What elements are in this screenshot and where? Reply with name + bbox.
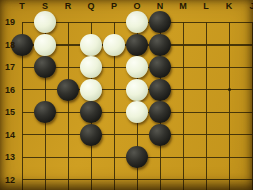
intersection-Q12[interactable] bbox=[80, 168, 103, 190]
column-label-N: N bbox=[157, 1, 164, 11]
white-stone-O16: ● bbox=[126, 79, 148, 101]
intersection-R12[interactable] bbox=[57, 168, 80, 190]
intersection-Q13[interactable] bbox=[80, 146, 103, 169]
intersection-L15[interactable] bbox=[195, 101, 218, 124]
intersection-M12[interactable] bbox=[172, 168, 195, 190]
row-label-17: 17 bbox=[5, 62, 15, 72]
black-stone-Q15: ● bbox=[80, 101, 102, 123]
white-stone-O17: ● bbox=[126, 56, 148, 78]
column-label-P: P bbox=[111, 1, 117, 11]
black-stone-S15: ● bbox=[34, 101, 56, 123]
black-stone-O13: ● bbox=[126, 146, 148, 168]
row-label-13: 13 bbox=[5, 152, 15, 162]
intersection-O13[interactable]: ● bbox=[126, 146, 149, 169]
intersection-N15[interactable]: ● bbox=[149, 101, 172, 124]
intersection-N19[interactable]: ● bbox=[149, 11, 172, 34]
intersection-O12[interactable] bbox=[126, 168, 149, 190]
intersection-L16[interactable] bbox=[195, 78, 218, 101]
column-label-M: M bbox=[179, 1, 187, 11]
intersection-R13[interactable] bbox=[57, 146, 80, 169]
intersection-K18[interactable] bbox=[218, 33, 241, 56]
intersection-O17[interactable]: ● bbox=[126, 56, 149, 79]
black-stone-O18: ● bbox=[126, 34, 148, 56]
column-label-Q: Q bbox=[87, 1, 94, 11]
intersection-S17[interactable]: ● bbox=[34, 56, 57, 79]
intersection-P13[interactable] bbox=[103, 146, 126, 169]
black-stone-N18: ● bbox=[149, 34, 171, 56]
black-stone-Q14: ● bbox=[80, 124, 102, 146]
go-board-screenshot: ●●●●●●●●●●●●●●●●●●●●●●●● TSRQPONMLKJ 191… bbox=[0, 0, 253, 190]
column-label-L: L bbox=[203, 1, 209, 11]
intersection-O18[interactable]: ● bbox=[126, 33, 149, 56]
intersection-Q15[interactable]: ● bbox=[80, 101, 103, 124]
black-stone-S17: ● bbox=[34, 56, 56, 78]
intersection-S15[interactable]: ● bbox=[34, 101, 57, 124]
intersection-N12[interactable] bbox=[149, 168, 172, 190]
white-stone-Q18: ● bbox=[80, 34, 102, 56]
intersection-S14[interactable] bbox=[34, 123, 57, 146]
intersection-Q19[interactable] bbox=[80, 11, 103, 34]
white-stone-Q17: ● bbox=[80, 56, 102, 78]
black-stone-N17: ● bbox=[149, 56, 171, 78]
row-label-12: 12 bbox=[5, 175, 15, 185]
white-stone-S19: ● bbox=[34, 11, 56, 33]
white-stone-S18: ● bbox=[34, 34, 56, 56]
intersection-S19[interactable]: ● bbox=[34, 11, 57, 34]
intersection-Q14[interactable]: ● bbox=[80, 123, 103, 146]
row-label-15: 15 bbox=[5, 107, 15, 117]
intersection-N16[interactable]: ● bbox=[149, 78, 172, 101]
intersection-O16[interactable]: ● bbox=[126, 78, 149, 101]
intersection-L13[interactable] bbox=[195, 146, 218, 169]
black-stone-N19: ● bbox=[149, 11, 171, 33]
intersection-K15[interactable] bbox=[218, 101, 241, 124]
intersection-R19[interactable] bbox=[57, 11, 80, 34]
intersection-M13[interactable] bbox=[172, 146, 195, 169]
intersection-R17[interactable] bbox=[57, 56, 80, 79]
intersection-L19[interactable] bbox=[195, 11, 218, 34]
intersection-M17[interactable] bbox=[172, 56, 195, 79]
intersection-L18[interactable] bbox=[195, 33, 218, 56]
row-label-19: 19 bbox=[5, 17, 15, 27]
row-label-14: 14 bbox=[5, 130, 15, 140]
column-label-T: T bbox=[19, 1, 25, 11]
intersection-N13[interactable] bbox=[149, 146, 172, 169]
intersection-P18[interactable]: ● bbox=[103, 33, 126, 56]
intersection-S12[interactable] bbox=[34, 168, 57, 190]
column-label-R: R bbox=[65, 1, 72, 11]
intersection-P17[interactable] bbox=[103, 56, 126, 79]
intersection-Q18[interactable]: ● bbox=[80, 33, 103, 56]
intersection-S13[interactable] bbox=[34, 146, 57, 169]
intersection-K14[interactable] bbox=[218, 123, 241, 146]
intersection-L14[interactable] bbox=[195, 123, 218, 146]
column-label-J: J bbox=[249, 1, 253, 11]
intersection-K19[interactable] bbox=[218, 11, 241, 34]
intersection-N17[interactable]: ● bbox=[149, 56, 172, 79]
intersection-M15[interactable] bbox=[172, 101, 195, 124]
intersection-M16[interactable] bbox=[172, 78, 195, 101]
black-stone-N14: ● bbox=[149, 124, 171, 146]
intersection-M18[interactable] bbox=[172, 33, 195, 56]
black-stone-R16: ● bbox=[57, 79, 79, 101]
intersection-Q16[interactable]: ● bbox=[80, 78, 103, 101]
intersection-O14[interactable] bbox=[126, 123, 149, 146]
intersection-O15[interactable]: ● bbox=[126, 101, 149, 124]
intersection-K12[interactable] bbox=[218, 168, 241, 190]
intersection-Q17[interactable]: ● bbox=[80, 56, 103, 79]
intersection-P12[interactable] bbox=[103, 168, 126, 190]
white-stone-O15: ● bbox=[126, 101, 148, 123]
intersection-R16[interactable]: ● bbox=[57, 78, 80, 101]
intersection-S18[interactable]: ● bbox=[34, 33, 57, 56]
column-label-O: O bbox=[133, 1, 140, 11]
star-point-K16 bbox=[228, 88, 231, 91]
go-board: ●●●●●●●●●●●●●●●●●●●●●●●● bbox=[11, 11, 241, 190]
intersection-P14[interactable] bbox=[103, 123, 126, 146]
white-stone-Q16: ● bbox=[80, 79, 102, 101]
column-label-S: S bbox=[42, 1, 48, 11]
intersection-R14[interactable] bbox=[57, 123, 80, 146]
row-label-18: 18 bbox=[5, 40, 15, 50]
black-stone-N16: ● bbox=[149, 79, 171, 101]
intersection-N14[interactable]: ● bbox=[149, 123, 172, 146]
intersection-O19[interactable]: ● bbox=[126, 11, 149, 34]
intersection-P16[interactable] bbox=[103, 78, 126, 101]
row-label-16: 16 bbox=[5, 85, 15, 95]
black-stone-N15: ● bbox=[149, 101, 171, 123]
intersection-P15[interactable] bbox=[103, 101, 126, 124]
intersection-R15[interactable] bbox=[57, 101, 80, 124]
intersection-L17[interactable] bbox=[195, 56, 218, 79]
intersection-K13[interactable] bbox=[218, 146, 241, 169]
column-label-K: K bbox=[226, 1, 233, 11]
intersection-S16[interactable] bbox=[34, 78, 57, 101]
intersection-M14[interactable] bbox=[172, 123, 195, 146]
intersection-R18[interactable] bbox=[57, 33, 80, 56]
white-stone-P18: ● bbox=[103, 34, 125, 56]
intersection-K16[interactable] bbox=[218, 78, 241, 101]
intersection-N18[interactable]: ● bbox=[149, 33, 172, 56]
intersection-K17[interactable] bbox=[218, 56, 241, 79]
intersection-L12[interactable] bbox=[195, 168, 218, 190]
intersection-P19[interactable] bbox=[103, 11, 126, 34]
white-stone-O19: ● bbox=[126, 11, 148, 33]
intersection-M19[interactable] bbox=[172, 11, 195, 34]
